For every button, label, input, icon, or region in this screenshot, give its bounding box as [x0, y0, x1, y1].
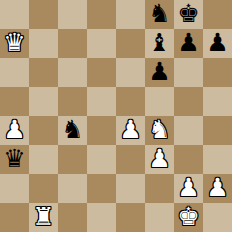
square-c6[interactable]: [58, 58, 87, 87]
square-d7[interactable]: [87, 29, 116, 58]
square-c8[interactable]: [58, 0, 87, 29]
square-g3[interactable]: [174, 145, 203, 174]
square-a8[interactable]: [0, 0, 29, 29]
square-f1[interactable]: [145, 203, 174, 232]
square-f8[interactable]: ♞: [145, 0, 174, 29]
square-g1[interactable]: ♚: [174, 203, 203, 232]
square-a4[interactable]: ♟: [0, 116, 29, 145]
square-h1[interactable]: [203, 203, 232, 232]
square-f4[interactable]: ♞: [145, 116, 174, 145]
square-f7[interactable]: ♝: [145, 29, 174, 58]
square-b5[interactable]: [29, 87, 58, 116]
square-c1[interactable]: [58, 203, 87, 232]
white-pawn-piece: ♟: [148, 146, 170, 171]
square-e4[interactable]: ♟: [116, 116, 145, 145]
square-h8[interactable]: [203, 0, 232, 29]
square-c2[interactable]: [58, 174, 87, 203]
square-e1[interactable]: [116, 203, 145, 232]
white-king-piece: ♚: [177, 204, 199, 229]
square-d3[interactable]: [87, 145, 116, 174]
black-pawn-piece: ♟: [148, 59, 170, 84]
square-b3[interactable]: [29, 145, 58, 174]
square-d4[interactable]: [87, 116, 116, 145]
square-g8[interactable]: ♚: [174, 0, 203, 29]
square-g2[interactable]: ♟: [174, 174, 203, 203]
black-knight-piece: ♞: [148, 1, 170, 26]
square-c3[interactable]: [58, 145, 87, 174]
square-g5[interactable]: [174, 87, 203, 116]
square-f5[interactable]: [145, 87, 174, 116]
black-pawn-piece: ♟: [177, 30, 199, 55]
square-b6[interactable]: [29, 58, 58, 87]
square-d6[interactable]: [87, 58, 116, 87]
white-pawn-piece: ♟: [177, 175, 199, 200]
white-queen-piece: ♛: [3, 30, 25, 55]
square-h5[interactable]: [203, 87, 232, 116]
square-f2[interactable]: [145, 174, 174, 203]
white-pawn-piece: ♟: [206, 175, 228, 200]
square-h3[interactable]: [203, 145, 232, 174]
square-d5[interactable]: [87, 87, 116, 116]
black-knight-piece: ♞: [61, 117, 83, 142]
square-d8[interactable]: [87, 0, 116, 29]
square-h2[interactable]: ♟: [203, 174, 232, 203]
square-c4[interactable]: ♞: [58, 116, 87, 145]
square-a7[interactable]: ♛: [0, 29, 29, 58]
square-c5[interactable]: [58, 87, 87, 116]
square-h7[interactable]: ♟: [203, 29, 232, 58]
black-queen-piece: ♛: [3, 146, 25, 171]
square-a3[interactable]: ♛: [0, 145, 29, 174]
square-b4[interactable]: [29, 116, 58, 145]
white-rook-piece: ♜: [32, 204, 54, 229]
square-e7[interactable]: [116, 29, 145, 58]
square-h4[interactable]: [203, 116, 232, 145]
square-c7[interactable]: [58, 29, 87, 58]
black-pawn-piece: ♟: [206, 30, 228, 55]
white-pawn-piece: ♟: [3, 117, 25, 142]
square-h6[interactable]: [203, 58, 232, 87]
square-b2[interactable]: [29, 174, 58, 203]
square-e2[interactable]: [116, 174, 145, 203]
square-d2[interactable]: [87, 174, 116, 203]
black-bishop-piece: ♝: [148, 30, 170, 55]
square-a5[interactable]: [0, 87, 29, 116]
square-e5[interactable]: [116, 87, 145, 116]
square-e3[interactable]: [116, 145, 145, 174]
square-b8[interactable]: [29, 0, 58, 29]
square-g7[interactable]: ♟: [174, 29, 203, 58]
square-e6[interactable]: [116, 58, 145, 87]
square-g4[interactable]: [174, 116, 203, 145]
square-g6[interactable]: [174, 58, 203, 87]
chess-board: ♞♚♛♝♟♟♟♟♞♟♞♛♟♟♟♜♚: [0, 0, 232, 232]
square-a2[interactable]: [0, 174, 29, 203]
white-knight-piece: ♞: [148, 117, 170, 142]
square-a1[interactable]: [0, 203, 29, 232]
square-f3[interactable]: ♟: [145, 145, 174, 174]
square-d1[interactable]: [87, 203, 116, 232]
square-e8[interactable]: [116, 0, 145, 29]
black-king-piece: ♚: [177, 1, 199, 26]
square-a6[interactable]: [0, 58, 29, 87]
square-b1[interactable]: ♜: [29, 203, 58, 232]
square-f6[interactable]: ♟: [145, 58, 174, 87]
white-pawn-piece: ♟: [119, 117, 141, 142]
square-b7[interactable]: [29, 29, 58, 58]
